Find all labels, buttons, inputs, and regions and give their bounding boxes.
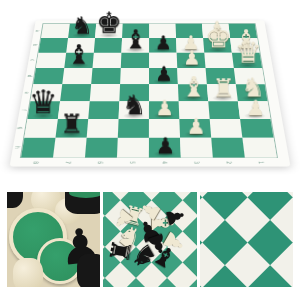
board-cell: ♞	[119, 101, 149, 119]
white-pawn: ♟	[246, 97, 265, 118]
board-cell	[228, 24, 257, 38]
board-cell	[206, 68, 236, 84]
white-bishop: ♝	[181, 73, 206, 101]
board-cell	[208, 101, 240, 119]
board-cell	[87, 119, 119, 138]
rank-label: 6	[97, 161, 105, 164]
board-cell	[62, 68, 92, 84]
board-cell: ♟	[149, 68, 178, 84]
board-cell	[149, 24, 176, 38]
board-cell: ♝	[64, 53, 94, 68]
board-cell: ♞	[236, 84, 268, 101]
board-cell	[39, 38, 68, 53]
board-cell	[85, 138, 118, 158]
board-cell: ♚	[203, 38, 232, 53]
rank-coordinates: 87654321	[20, 158, 279, 166]
board-cell	[180, 138, 213, 158]
board-cell	[177, 68, 207, 84]
board-cell: ♟	[202, 24, 230, 38]
board-cell	[36, 53, 66, 68]
board-cell: ♜	[207, 84, 238, 101]
board-cell	[91, 68, 121, 84]
board-cell: ♛	[27, 101, 60, 119]
product-image: { "game": "chess", "product_view": "roll…	[0, 0, 300, 300]
white-piece-base	[13, 258, 43, 287]
black-queen: ♛	[28, 86, 57, 118]
board-cell: ♝	[178, 84, 208, 101]
white-pawn: ♟	[155, 97, 174, 118]
board-cell: ♞	[68, 24, 96, 38]
thumbnail-strip: ♟ ♟♞♝♜♟♞♝♟♜♟♟♟	[7, 192, 293, 287]
board-cell	[60, 84, 91, 101]
board-cell: ♟	[149, 101, 179, 119]
rank-label: 2	[225, 161, 233, 164]
piece-shadow	[183, 95, 204, 101]
piece-shadow	[242, 95, 263, 101]
board-cell	[93, 53, 122, 68]
file-label: g	[17, 127, 25, 129]
board-cell	[210, 119, 243, 138]
board-cell	[58, 101, 90, 119]
board-cell	[66, 38, 95, 53]
board-cell	[121, 53, 149, 68]
thumbnail-felt-bases: ♟	[7, 192, 100, 287]
file-label: c	[29, 59, 36, 61]
board-cell	[24, 119, 57, 138]
board-cell	[33, 68, 64, 84]
board-cell	[240, 119, 273, 138]
board-cell: ♟	[179, 119, 211, 138]
board-cell	[176, 24, 204, 38]
board-cell	[21, 138, 55, 158]
board-cell	[118, 119, 149, 138]
thumbnail-board-pattern	[200, 192, 293, 287]
board-cell	[234, 68, 265, 84]
rank-label: 8	[32, 161, 40, 164]
board-cell	[204, 53, 234, 68]
board-cell: ♜	[55, 119, 88, 138]
white-pawn: ♟	[186, 116, 205, 137]
board-cell: ♟	[176, 38, 204, 53]
board-cell	[53, 138, 87, 158]
board-cell	[122, 24, 149, 38]
piece-shadow	[123, 113, 144, 119]
board-cell	[149, 84, 179, 101]
board-cell: ♝	[230, 38, 259, 53]
board-cell	[120, 68, 149, 84]
board-cell: ♟	[177, 53, 206, 68]
board-cell: ♟	[149, 138, 181, 158]
main-product-photo: ♞♚♟♝♟♟♚♝♝♟♛♟♝♜♞♛♞♟♟♜♟♟ 87654321 abcdefgh	[0, 0, 300, 182]
piece-shadow	[153, 113, 174, 119]
file-label: b	[32, 44, 39, 46]
piece-shadow	[153, 79, 173, 85]
rank-label: 5	[129, 161, 137, 164]
board-cell: ♟	[149, 38, 177, 53]
vinyl-roll-up-board: ♞♚♟♝♟♟♚♝♝♟♛♟♝♜♞♛♞♟♟♜♟♟ 87654321 abcdefgh	[9, 20, 290, 166]
black-piece	[77, 254, 100, 287]
board-cell	[117, 138, 149, 158]
file-label: a	[35, 30, 42, 32]
board-cell	[41, 24, 70, 38]
board-cell: ♝	[121, 38, 149, 53]
rank-label: 4	[161, 161, 169, 164]
board-cell	[88, 101, 119, 119]
board-cell: ♚	[95, 24, 123, 38]
file-label: d	[27, 75, 34, 77]
board-cell	[149, 53, 177, 68]
board-cell: ♛	[232, 53, 262, 68]
file-label: f	[21, 109, 28, 110]
black-piece	[7, 192, 23, 208]
board-scene: ♞♚♟♝♟♟♚♝♝♟♛♟♝♜♞♛♞♟♟♜♟♟ 87654321 abcdefgh	[24, 0, 276, 212]
board-cell	[30, 84, 62, 101]
chess-board-grid: ♞♚♟♝♟♟♚♝♝♟♛♟♝♜♞♛♞♟♟♜♟♟	[21, 24, 277, 158]
piece-shadow	[32, 113, 54, 119]
board-cell	[179, 101, 210, 119]
piece-shadow	[154, 151, 176, 158]
piece-shadow	[244, 113, 266, 119]
rank-label: 1	[257, 161, 265, 164]
rank-label: 7	[64, 161, 72, 164]
board-cell	[211, 138, 245, 158]
file-label: e	[24, 92, 31, 94]
board-cell	[94, 38, 122, 53]
thumbnail-pieces-pile: ♟♞♝♜♟♞♝♟♜♟♟♟	[103, 192, 196, 287]
file-label: h	[14, 146, 22, 149]
board-cell: ♟	[238, 101, 271, 119]
board-cell	[149, 119, 180, 138]
board-cell	[242, 138, 276, 158]
board-cell	[119, 84, 149, 101]
diamond-checker-pattern	[200, 192, 293, 287]
board-cell	[90, 84, 120, 101]
rank-label: 3	[193, 161, 201, 164]
piece-shadow	[212, 95, 233, 101]
